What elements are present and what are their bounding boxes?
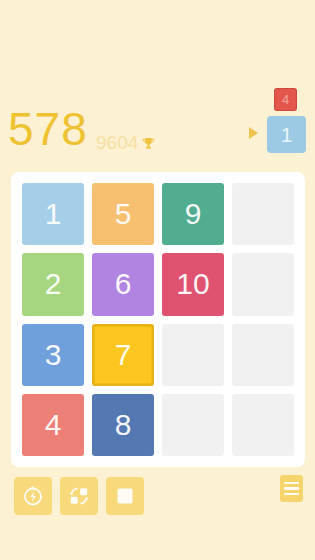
- best-score: 9604: [96, 132, 156, 154]
- tile-8[interactable]: 8: [92, 394, 154, 456]
- hamburger-icon: [284, 482, 299, 496]
- tile-1[interactable]: 1: [22, 183, 84, 245]
- queue-pointer-triangle-icon: [249, 127, 258, 139]
- empty-cell[interactable]: [162, 394, 224, 456]
- shuffle-tiles-button[interactable]: [60, 477, 98, 515]
- tile-2[interactable]: 2: [22, 253, 84, 315]
- board-panel: 15926103748: [11, 172, 305, 467]
- white-square-icon: [113, 484, 137, 508]
- swap-squares-icon: [67, 484, 91, 508]
- empty-cell[interactable]: [232, 183, 294, 245]
- tile-9[interactable]: 9: [162, 183, 224, 245]
- board-grid: 15926103748: [22, 183, 294, 456]
- blank-tile-button[interactable]: [106, 477, 144, 515]
- trophy-icon: [141, 136, 156, 151]
- tile-10[interactable]: 10: [162, 253, 224, 315]
- menu-button[interactable]: [280, 475, 303, 502]
- empty-cell[interactable]: [232, 253, 294, 315]
- queue-upcoming-tile: 4: [274, 88, 297, 111]
- empty-cell[interactable]: [162, 324, 224, 386]
- score-value: 578: [8, 104, 88, 155]
- tile-5[interactable]: 5: [92, 183, 154, 245]
- empty-cell[interactable]: [232, 324, 294, 386]
- boost-refresh-button[interactable]: [14, 477, 52, 515]
- tile-3[interactable]: 3: [22, 324, 84, 386]
- empty-cell[interactable]: [232, 394, 294, 456]
- best-score-value: 9604: [96, 132, 138, 154]
- lightning-circle-icon: [21, 484, 45, 508]
- queue-current-tile[interactable]: 1: [267, 116, 306, 153]
- tile-7[interactable]: 7: [92, 324, 154, 386]
- tile-6[interactable]: 6: [92, 253, 154, 315]
- tile-4[interactable]: 4: [22, 394, 84, 456]
